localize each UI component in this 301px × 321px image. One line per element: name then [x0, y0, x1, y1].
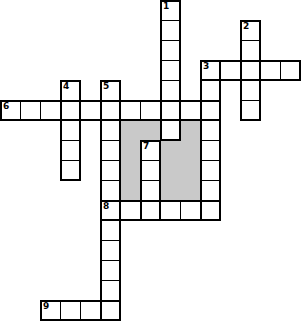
crossword-cell[interactable] — [80, 300, 101, 321]
crossword-cell[interactable] — [60, 100, 81, 121]
crossword-cell[interactable] — [100, 220, 121, 241]
crossword-cell[interactable] — [260, 60, 281, 81]
crossword-cell[interactable] — [160, 0, 181, 21]
shaded-cell — [120, 120, 141, 141]
crossword-cell[interactable] — [120, 200, 141, 221]
shaded-cell — [120, 160, 141, 181]
crossword-cell[interactable] — [100, 160, 121, 181]
crossword-cell[interactable] — [60, 140, 81, 161]
shaded-cell — [160, 180, 181, 201]
crossword-cell[interactable] — [100, 80, 121, 101]
crossword-cell[interactable] — [120, 100, 141, 121]
crossword-cell[interactable] — [200, 100, 221, 121]
crossword-cell[interactable] — [280, 60, 301, 81]
crossword-cell[interactable] — [240, 80, 261, 101]
crossword-cell[interactable] — [40, 100, 61, 121]
crossword-cell[interactable] — [160, 60, 181, 81]
crossword-cell[interactable] — [200, 200, 221, 221]
crossword-cell[interactable] — [80, 100, 101, 121]
crossword-cell[interactable] — [140, 160, 161, 181]
crossword-cell[interactable] — [100, 140, 121, 161]
shaded-cell — [140, 120, 161, 141]
crossword-cell[interactable] — [220, 60, 241, 81]
shaded-cell — [160, 140, 181, 161]
crossword-cell[interactable] — [200, 180, 221, 201]
crossword-cell[interactable] — [140, 180, 161, 201]
crossword-cell[interactable] — [40, 300, 61, 321]
crossword-cell[interactable] — [180, 100, 201, 121]
crossword-cell[interactable] — [200, 80, 221, 101]
crossword-cell[interactable] — [200, 120, 221, 141]
crossword-cell[interactable] — [160, 20, 181, 41]
crossword-cell[interactable] — [160, 40, 181, 61]
crossword-cell[interactable] — [240, 100, 261, 121]
crossword-cell[interactable] — [140, 140, 161, 161]
crossword-cell[interactable] — [200, 160, 221, 181]
crossword-cell[interactable] — [180, 200, 201, 221]
crossword-cell[interactable] — [20, 100, 41, 121]
crossword-cell[interactable] — [100, 240, 121, 261]
crossword-cell[interactable] — [100, 100, 121, 121]
crossword-cell[interactable] — [60, 80, 81, 101]
shaded-cell — [160, 160, 181, 181]
crossword-cell[interactable] — [100, 180, 121, 201]
crossword-cell[interactable] — [160, 200, 181, 221]
crossword-cell[interactable] — [100, 120, 121, 141]
crossword-cell[interactable] — [160, 120, 181, 141]
crossword-cell[interactable] — [140, 100, 161, 121]
shaded-cell — [180, 160, 201, 181]
crossword-cell[interactable] — [100, 300, 121, 321]
crossword-cell[interactable] — [200, 60, 221, 81]
crossword-cell[interactable] — [160, 100, 181, 121]
crossword-cell[interactable] — [100, 200, 121, 221]
crossword-cell[interactable] — [140, 200, 161, 221]
crossword-cell[interactable] — [240, 20, 261, 41]
crossword-cell[interactable] — [100, 280, 121, 301]
crossword-cell[interactable] — [100, 260, 121, 281]
shaded-cell — [120, 180, 141, 201]
crossword-cell[interactable] — [240, 40, 261, 61]
crossword-cell[interactable] — [160, 80, 181, 101]
crossword-cell[interactable] — [60, 120, 81, 141]
puzzle-page: 123456789 — [0, 0, 301, 321]
shaded-cell — [180, 120, 201, 141]
shaded-cell — [180, 140, 201, 161]
crossword-cell[interactable] — [60, 300, 81, 321]
crossword-cell[interactable] — [240, 60, 261, 81]
crossword-board: 123456789 — [0, 0, 301, 321]
crossword-cell[interactable] — [60, 160, 81, 181]
crossword-cell[interactable] — [0, 100, 21, 121]
crossword-cell[interactable] — [200, 140, 221, 161]
shaded-cell — [180, 180, 201, 201]
shaded-cell — [120, 140, 141, 161]
